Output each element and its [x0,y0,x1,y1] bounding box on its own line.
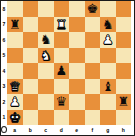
square-h8[interactable] [116,1,132,17]
square-h5[interactable] [116,48,132,64]
square-g8[interactable] [100,1,116,17]
square-c2[interactable] [38,94,54,110]
square-e5[interactable] [69,48,85,64]
square-d1[interactable] [54,110,70,126]
square-b2[interactable] [23,94,39,110]
square-a5[interactable] [7,48,23,64]
square-c4[interactable] [38,63,54,79]
piece-black-rook: ♜ [9,17,21,33]
square-e8[interactable] [69,1,85,17]
square-f3[interactable] [85,79,101,95]
square-a2[interactable]: ♟ [7,94,23,110]
square-a7[interactable]: ♜ [7,17,23,33]
square-c3[interactable] [38,79,54,95]
piece-white-pawn: ♟ [102,32,114,48]
square-b8[interactable] [23,1,39,17]
piece-white-pawn: ♟ [9,94,21,110]
piece-white-queen: ♛ [9,79,21,95]
square-h2[interactable]: ♜ [116,94,132,110]
square-e3[interactable] [69,79,85,95]
square-g1[interactable] [100,110,116,126]
square-b6[interactable] [23,32,39,48]
square-d5[interactable] [54,48,70,64]
square-c8[interactable] [38,1,54,17]
square-b3[interactable] [23,79,39,95]
square-b1[interactable] [23,110,39,126]
square-b7[interactable] [23,17,39,33]
square-f8[interactable]: ♚ [85,1,101,17]
square-e7[interactable] [69,17,85,33]
piece-black-knight: ♞ [102,17,114,33]
square-g4[interactable] [100,63,116,79]
file-label-c: c [38,125,54,134]
square-c5[interactable]: ♞ [38,48,54,64]
square-a3[interactable]: ♛ [7,79,23,95]
piece-black-pawn: ♟ [55,63,67,79]
square-b5[interactable] [23,48,39,64]
square-h4[interactable] [116,63,132,79]
square-d6[interactable] [54,32,70,48]
square-g2[interactable] [100,94,116,110]
square-c7[interactable] [38,17,54,33]
square-d8[interactable] [54,1,70,17]
file-label-b: b [23,125,39,134]
square-g6[interactable]: ♟ [100,32,116,48]
chess-diagram: 8♚7♜♜♞6♞♟5♞4♟3♛♝2♟♛♜1♚abcdefgh [0,0,135,136]
piece-black-king: ♚ [86,1,98,17]
square-a8[interactable] [7,1,23,17]
square-d2[interactable]: ♛ [54,94,70,110]
square-f7[interactable] [85,17,101,33]
square-e2[interactable] [69,94,85,110]
piece-white-king: ♚ [9,110,21,126]
square-h1[interactable] [116,110,132,126]
square-a6[interactable] [7,32,23,48]
square-f4[interactable] [85,63,101,79]
file-label-a: a [7,125,23,134]
square-c6[interactable]: ♞ [38,32,54,48]
piece-black-knight: ♞ [40,32,52,48]
file-label-f: f [85,125,101,134]
file-label-e: e [69,125,85,134]
square-e6[interactable] [69,32,85,48]
piece-black-bishop: ♝ [102,79,114,95]
chess-board: 8♚7♜♜♞6♞♟5♞4♟3♛♝2♟♛♜1♚abcdefgh [1,1,134,134]
piece-white-knight: ♞ [40,48,52,64]
piece-white-rook: ♜ [55,17,67,33]
file-label-d: d [54,125,70,134]
square-d3[interactable] [54,79,70,95]
square-d7[interactable]: ♜ [54,17,70,33]
square-e4[interactable] [69,63,85,79]
square-a4[interactable] [7,63,23,79]
square-f1[interactable] [85,110,101,126]
square-a1[interactable]: ♚ [7,110,23,126]
piece-black-rook: ♜ [117,94,129,110]
square-c1[interactable] [38,110,54,126]
square-f6[interactable] [85,32,101,48]
square-h6[interactable] [116,32,132,48]
piece-black-queen: ♛ [55,94,67,110]
square-e1[interactable] [69,110,85,126]
square-g5[interactable] [100,48,116,64]
file-label-g: g [100,125,116,134]
square-h7[interactable] [116,17,132,33]
square-f2[interactable] [85,94,101,110]
square-h3[interactable] [116,79,132,95]
square-g3[interactable]: ♝ [100,79,116,95]
file-label-h: h [116,125,132,134]
square-f5[interactable] [85,48,101,64]
square-d4[interactable]: ♟ [54,63,70,79]
square-g7[interactable]: ♞ [100,17,116,33]
square-b4[interactable] [23,63,39,79]
